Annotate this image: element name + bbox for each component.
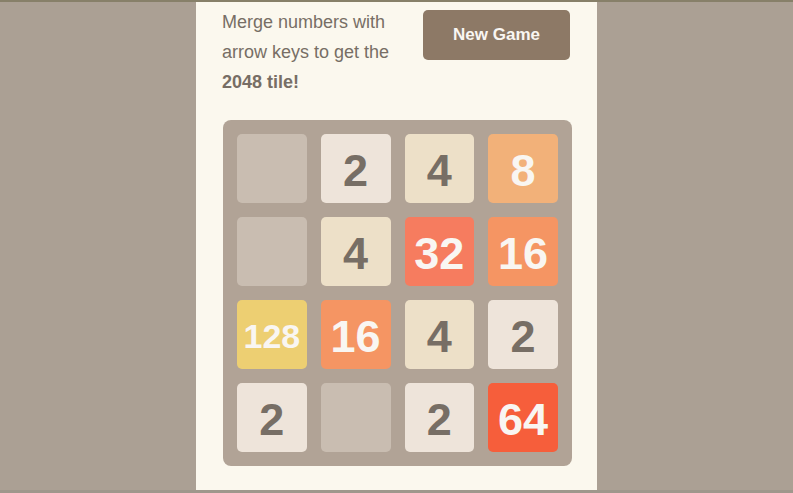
instructions-text-goal: 2048 tile! bbox=[222, 72, 299, 92]
tile-32: 32 bbox=[405, 217, 475, 286]
tile-16: 16 bbox=[488, 217, 558, 286]
top-edge-divider bbox=[0, 0, 793, 2]
tile-4: 4 bbox=[405, 300, 475, 369]
tile-128: 128 bbox=[237, 300, 307, 369]
page-background: Merge numbers with arrow keys to get the… bbox=[0, 0, 793, 493]
empty-cell bbox=[237, 217, 307, 286]
game-panel: Merge numbers with arrow keys to get the… bbox=[196, 0, 597, 493]
empty-cell bbox=[321, 383, 391, 452]
tile-4: 4 bbox=[405, 134, 475, 203]
empty-cell bbox=[237, 134, 307, 203]
instructions-text: Merge numbers with arrow keys to get the… bbox=[222, 7, 410, 97]
tile-16: 16 bbox=[321, 300, 391, 369]
tile-2: 2 bbox=[405, 383, 475, 452]
tile-8: 8 bbox=[488, 134, 558, 203]
tile-2: 2 bbox=[321, 134, 391, 203]
new-game-button-label: New Game bbox=[453, 25, 540, 45]
tile-4: 4 bbox=[321, 217, 391, 286]
tile-2: 2 bbox=[237, 383, 307, 452]
instructions-text-regular: Merge numbers with arrow keys to get the bbox=[222, 12, 389, 62]
tile-64: 64 bbox=[488, 383, 558, 452]
new-game-button[interactable]: New Game bbox=[423, 10, 570, 60]
tile-2: 2 bbox=[488, 300, 558, 369]
board[interactable]: 2484321612816422264 bbox=[223, 120, 572, 466]
